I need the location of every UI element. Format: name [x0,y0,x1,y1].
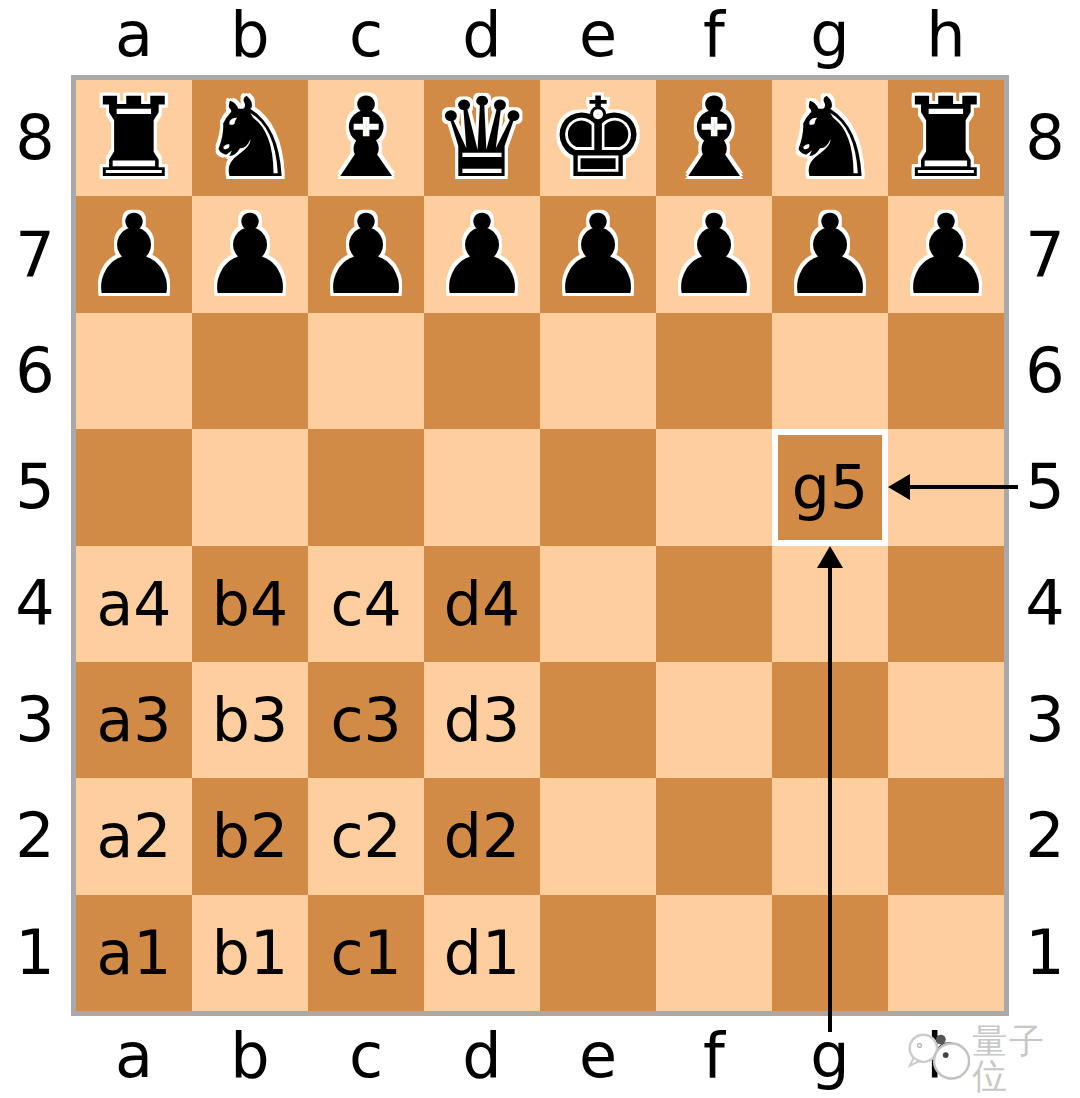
square-a2[interactable]: a2 [76,778,192,894]
square-d3[interactable]: d3 [424,662,540,778]
square-b1[interactable]: b1 [192,895,308,1011]
square-b2[interactable]: b2 [192,778,308,894]
black-pawn[interactable]: ♟ [433,200,532,310]
square-c8[interactable]: ♝ [308,80,424,196]
square-f4[interactable] [656,546,772,662]
square-h6[interactable] [888,313,1004,429]
black-pawn[interactable]: ♟ [781,200,880,310]
square-label-d2: d2 [444,806,520,866]
square-e2[interactable] [540,778,656,894]
square-h4[interactable] [888,546,1004,662]
square-label-a3: a3 [97,690,172,750]
rank-label-1-right: 1 [1010,895,1080,1011]
square-label-d3: d3 [444,690,520,750]
rank-label-5-right: 5 [1010,429,1080,545]
rank-label-6-left: 6 [0,313,70,429]
square-label-a1: a1 [97,923,172,983]
square-e3[interactable] [540,662,656,778]
square-f3[interactable] [656,662,772,778]
board-grid: ♜♞♝♛♚♝♞♜♟♟♟♟♟♟♟♟g5a4b4c4d4a3b3c3d3a2b2c2… [76,80,1004,1011]
square-g7[interactable]: ♟ [772,196,888,312]
arrow-to-g5-horizontal-head-icon [888,474,910,500]
arrow-to-g5-vertical-line [828,567,832,1032]
file-label-h-top: h [888,0,1004,70]
square-b4[interactable]: b4 [192,546,308,662]
square-b3[interactable]: b3 [192,662,308,778]
square-h8[interactable]: ♜ [888,80,1004,196]
square-d6[interactable] [424,313,540,429]
square-d5[interactable] [424,429,540,545]
rank-label-1-left: 1 [0,895,70,1011]
square-f7[interactable]: ♟ [656,196,772,312]
square-c4[interactable]: c4 [308,546,424,662]
black-pawn[interactable]: ♟ [897,200,996,310]
file-labels-top: abcdefgh [76,0,1004,70]
watermark-qbitai: 量子位 [900,1024,1080,1094]
black-knight[interactable]: ♞ [201,83,300,193]
square-h2[interactable] [888,778,1004,894]
highlight-square-label: g5 [792,457,868,517]
square-a8[interactable]: ♜ [76,80,192,196]
black-queen[interactable]: ♛ [433,83,532,193]
file-label-d-bottom: d [424,1021,540,1091]
rank-label-3-right: 3 [1010,662,1080,778]
arrow-to-g5-horizontal-line [908,485,1018,489]
square-c1[interactable]: c1 [308,895,424,1011]
square-label-a2: a2 [97,806,172,866]
black-pawn[interactable]: ♟ [85,200,184,310]
rank-labels-right: 87654321 [1010,80,1080,1011]
file-label-e-bottom: e [540,1021,656,1091]
square-e7[interactable]: ♟ [540,196,656,312]
square-g6[interactable] [772,313,888,429]
square-g8[interactable]: ♞ [772,80,888,196]
rank-label-3-left: 3 [0,662,70,778]
square-d7[interactable]: ♟ [424,196,540,312]
square-label-a4: a4 [97,574,172,634]
rank-label-2-left: 2 [0,778,70,894]
file-label-a-top: a [76,0,192,70]
square-b6[interactable] [192,313,308,429]
file-label-f-bottom: f [656,1021,772,1091]
file-labels-bottom: abcdefgh [76,1021,1004,1091]
rank-label-7-left: 7 [0,196,70,312]
square-e8[interactable]: ♚ [540,80,656,196]
square-f2[interactable] [656,778,772,894]
chess-coordinate-diagram: abcdefgh 87654321 87654321 abcdefgh ♜♞♝♛… [0,0,1080,1098]
square-c7[interactable]: ♟ [308,196,424,312]
square-a3[interactable]: a3 [76,662,192,778]
square-f8[interactable]: ♝ [656,80,772,196]
square-label-c3: c3 [330,690,401,750]
file-label-a-bottom: a [76,1021,192,1091]
square-label-c1: c1 [330,923,401,983]
rank-label-2-right: 2 [1010,778,1080,894]
square-label-b4: b4 [212,574,288,634]
file-label-e-top: e [540,0,656,70]
rank-label-4-left: 4 [0,546,70,662]
file-label-d-top: d [424,0,540,70]
rank-labels-left: 87654321 [0,80,70,1011]
black-pawn[interactable]: ♟ [549,200,648,310]
square-c3[interactable]: c3 [308,662,424,778]
black-knight[interactable]: ♞ [781,83,880,193]
rank-label-8-left: 8 [0,80,70,196]
square-h7[interactable]: ♟ [888,196,1004,312]
square-a7[interactable]: ♟ [76,196,192,312]
square-c5[interactable] [308,429,424,545]
square-b5[interactable] [192,429,308,545]
square-a6[interactable] [76,313,192,429]
black-rook[interactable]: ♜ [85,83,184,193]
square-d2[interactable]: d2 [424,778,540,894]
square-h3[interactable] [888,662,1004,778]
rank-label-7-right: 7 [1010,196,1080,312]
square-b8[interactable]: ♞ [192,80,308,196]
square-label-c2: c2 [330,806,401,866]
file-label-g-top: g [772,0,888,70]
black-bishop[interactable]: ♝ [665,83,764,193]
square-label-b2: b2 [212,806,288,866]
chess-board: ♜♞♝♛♚♝♞♜♟♟♟♟♟♟♟♟g5a4b4c4d4a3b3c3d3a2b2c2… [71,75,1009,1016]
square-e1[interactable] [540,895,656,1011]
square-f5[interactable] [656,429,772,545]
square-label-d1: d1 [444,923,520,983]
square-e4[interactable] [540,546,656,662]
square-a4[interactable]: a4 [76,546,192,662]
arrow-to-g5-vertical-head-icon [817,546,843,568]
square-c6[interactable] [308,313,424,429]
square-d8[interactable]: ♛ [424,80,540,196]
file-label-c-bottom: c [308,1021,424,1091]
watermark-text: 量子位 [972,1024,1080,1094]
square-b7[interactable]: ♟ [192,196,308,312]
square-d4[interactable]: d4 [424,546,540,662]
square-label-c4: c4 [330,574,401,634]
square-label-d4: d4 [444,574,520,634]
square-f1[interactable] [656,895,772,1011]
square-d1[interactable]: d1 [424,895,540,1011]
square-a5[interactable] [76,429,192,545]
rank-label-5-left: 5 [0,429,70,545]
file-label-b-top: b [192,0,308,70]
square-e5[interactable] [540,429,656,545]
file-label-b-bottom: b [192,1021,308,1091]
square-h1[interactable] [888,895,1004,1011]
black-pawn[interactable]: ♟ [665,200,764,310]
square-g5[interactable]: g5 [772,429,888,545]
rank-label-8-right: 8 [1010,80,1080,196]
black-bishop[interactable]: ♝ [317,83,416,193]
square-a1[interactable]: a1 [76,895,192,1011]
square-c2[interactable]: c2 [308,778,424,894]
file-label-f-top: f [656,0,772,70]
rank-label-4-right: 4 [1010,546,1080,662]
square-e6[interactable] [540,313,656,429]
black-rook[interactable]: ♜ [897,83,996,193]
qbitai-logo-icon [900,1025,970,1093]
rank-label-6-right: 6 [1010,313,1080,429]
black-pawn[interactable]: ♟ [201,200,300,310]
square-label-b1: b1 [212,923,288,983]
black-king[interactable]: ♚ [549,83,648,193]
file-label-c-top: c [308,0,424,70]
square-f6[interactable] [656,313,772,429]
black-pawn[interactable]: ♟ [317,200,416,310]
square-label-b3: b3 [212,690,288,750]
